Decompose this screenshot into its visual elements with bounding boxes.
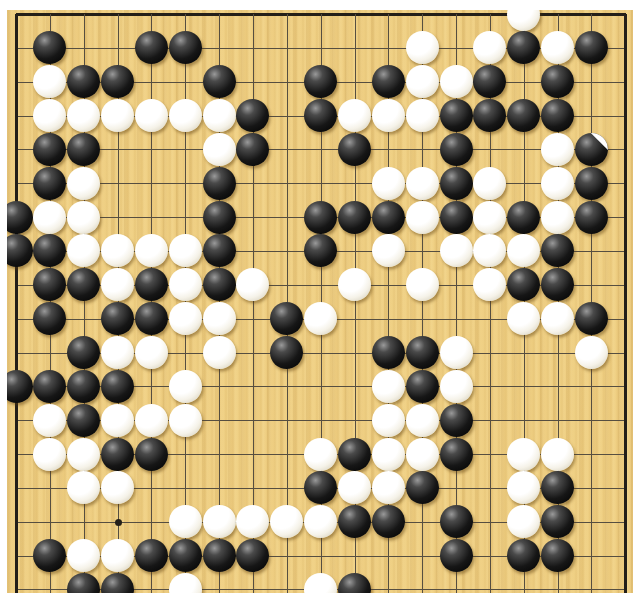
black-stone[interactable] (101, 370, 134, 403)
white-stone[interactable] (507, 10, 540, 31)
white-stone[interactable] (169, 234, 202, 267)
white-stone[interactable] (406, 167, 439, 200)
black-stone[interactable] (135, 539, 168, 572)
white-stone[interactable] (440, 234, 473, 267)
black-stone[interactable] (541, 268, 574, 301)
white-stone[interactable] (575, 336, 608, 369)
white-stone[interactable] (372, 404, 405, 437)
black-stone[interactable] (135, 31, 168, 64)
white-stone[interactable] (541, 302, 574, 335)
white-stone[interactable] (101, 539, 134, 572)
black-stone[interactable] (101, 573, 134, 593)
black-stone[interactable] (575, 302, 608, 335)
black-stone[interactable] (575, 201, 608, 234)
black-stone[interactable] (67, 336, 100, 369)
black-stone[interactable] (541, 471, 574, 504)
white-stone[interactable] (338, 268, 371, 301)
white-stone[interactable] (169, 404, 202, 437)
black-stone[interactable] (541, 234, 574, 267)
black-stone[interactable] (304, 99, 337, 132)
black-stone[interactable] (406, 370, 439, 403)
white-stone[interactable] (169, 573, 202, 593)
black-stone[interactable] (338, 133, 371, 166)
black-stone[interactable] (270, 336, 303, 369)
white-stone[interactable] (33, 99, 66, 132)
white-stone[interactable] (67, 438, 100, 471)
black-stone[interactable] (236, 99, 269, 132)
white-stone[interactable] (338, 99, 371, 132)
white-stone[interactable] (101, 404, 134, 437)
white-stone[interactable] (541, 133, 574, 166)
white-stone[interactable] (406, 201, 439, 234)
white-stone[interactable] (33, 65, 66, 98)
star-point (115, 519, 122, 526)
black-stone[interactable] (575, 167, 608, 200)
white-stone[interactable] (236, 505, 269, 538)
black-stone[interactable] (203, 234, 236, 267)
white-stone[interactable] (67, 234, 100, 267)
white-stone[interactable] (135, 336, 168, 369)
white-stone[interactable] (440, 65, 473, 98)
black-stone[interactable] (67, 573, 100, 593)
black-stone[interactable] (33, 234, 66, 267)
black-stone[interactable] (440, 133, 473, 166)
black-stone[interactable] (67, 65, 100, 98)
black-stone[interactable] (440, 404, 473, 437)
white-stone[interactable] (473, 31, 506, 64)
white-stone[interactable] (67, 99, 100, 132)
white-stone[interactable] (473, 268, 506, 301)
black-stone[interactable] (575, 31, 608, 64)
black-stone[interactable] (406, 471, 439, 504)
black-stone[interactable] (135, 268, 168, 301)
black-stone[interactable] (507, 99, 540, 132)
black-stone[interactable] (135, 438, 168, 471)
black-stone[interactable] (7, 370, 33, 403)
white-stone[interactable] (541, 438, 574, 471)
white-stone[interactable] (67, 471, 100, 504)
white-stone[interactable] (169, 302, 202, 335)
black-stone[interactable] (304, 65, 337, 98)
white-stone[interactable] (372, 99, 405, 132)
black-stone[interactable] (372, 336, 405, 369)
white-stone[interactable] (203, 505, 236, 538)
black-stone[interactable] (338, 505, 371, 538)
black-stone[interactable] (236, 133, 269, 166)
black-stone[interactable] (67, 370, 100, 403)
white-stone[interactable] (473, 234, 506, 267)
white-stone[interactable] (203, 336, 236, 369)
white-stone[interactable] (507, 234, 540, 267)
white-stone[interactable] (473, 201, 506, 234)
black-stone[interactable] (541, 99, 574, 132)
white-stone[interactable] (372, 234, 405, 267)
white-stone[interactable] (101, 336, 134, 369)
white-stone[interactable] (541, 201, 574, 234)
black-stone[interactable] (33, 167, 66, 200)
white-stone[interactable] (406, 438, 439, 471)
white-stone[interactable] (304, 505, 337, 538)
white-stone[interactable] (541, 167, 574, 200)
white-stone[interactable] (270, 505, 303, 538)
white-stone[interactable] (507, 471, 540, 504)
white-stone[interactable] (236, 268, 269, 301)
black-stone[interactable] (135, 302, 168, 335)
black-stone[interactable] (270, 302, 303, 335)
white-stone[interactable] (67, 167, 100, 200)
white-stone[interactable] (440, 336, 473, 369)
white-stone[interactable] (507, 505, 540, 538)
white-stone[interactable] (304, 438, 337, 471)
black-stone[interactable] (33, 31, 66, 64)
white-stone[interactable] (135, 99, 168, 132)
white-stone[interactable] (169, 268, 202, 301)
white-stone[interactable] (101, 234, 134, 267)
white-stone[interactable] (406, 65, 439, 98)
black-stone[interactable] (440, 505, 473, 538)
black-stone[interactable] (203, 201, 236, 234)
black-stone[interactable] (169, 539, 202, 572)
white-stone[interactable] (169, 370, 202, 403)
white-stone[interactable] (33, 438, 66, 471)
white-stone[interactable] (507, 302, 540, 335)
black-stone[interactable] (304, 234, 337, 267)
white-stone[interactable] (203, 302, 236, 335)
white-stone[interactable] (338, 471, 371, 504)
black-stone[interactable] (67, 133, 100, 166)
black-stone[interactable] (541, 539, 574, 572)
white-stone[interactable] (169, 99, 202, 132)
black-stone[interactable] (169, 31, 202, 64)
go-board[interactable] (7, 10, 633, 593)
black-stone[interactable] (67, 268, 100, 301)
black-stone[interactable] (203, 167, 236, 200)
white-stone[interactable] (372, 167, 405, 200)
black-stone[interactable] (7, 201, 33, 234)
white-stone[interactable] (203, 133, 236, 166)
white-stone[interactable] (101, 471, 134, 504)
black-stone[interactable] (304, 201, 337, 234)
black-stone[interactable] (101, 438, 134, 471)
black-stone[interactable] (236, 539, 269, 572)
white-stone[interactable] (203, 99, 236, 132)
white-stone[interactable] (304, 573, 337, 593)
black-stone[interactable] (7, 234, 33, 267)
black-stone[interactable] (507, 539, 540, 572)
black-stone[interactable] (507, 268, 540, 301)
black-stone[interactable] (101, 65, 134, 98)
black-stone[interactable] (372, 201, 405, 234)
black-stone[interactable] (101, 302, 134, 335)
white-stone[interactable] (507, 438, 540, 471)
page: { "game": "go", "board": { "size": 19, "… (0, 0, 640, 599)
black-stone[interactable] (440, 539, 473, 572)
white-stone[interactable] (101, 268, 134, 301)
black-stone[interactable] (440, 201, 473, 234)
white-stone[interactable] (541, 31, 574, 64)
black-stone[interactable] (33, 539, 66, 572)
white-stone[interactable] (473, 167, 506, 200)
white-stone[interactable] (101, 99, 134, 132)
black-stone[interactable] (338, 201, 371, 234)
black-stone[interactable] (541, 505, 574, 538)
black-stone[interactable] (575, 133, 608, 166)
black-stone[interactable] (372, 65, 405, 98)
grid-line-vertical (15, 14, 18, 593)
black-stone[interactable] (507, 31, 540, 64)
black-stone[interactable] (304, 471, 337, 504)
black-stone[interactable] (372, 505, 405, 538)
white-stone[interactable] (372, 370, 405, 403)
grid-line-vertical (624, 14, 627, 593)
white-stone[interactable] (372, 471, 405, 504)
black-stone[interactable] (541, 65, 574, 98)
white-stone[interactable] (135, 234, 168, 267)
black-stone[interactable] (440, 99, 473, 132)
black-stone[interactable] (338, 438, 371, 471)
black-stone[interactable] (33, 268, 66, 301)
black-stone[interactable] (338, 573, 371, 593)
last-move-triangle-marker (575, 133, 608, 166)
black-stone[interactable] (33, 133, 66, 166)
black-stone[interactable] (33, 370, 66, 403)
black-stone[interactable] (473, 99, 506, 132)
black-stone[interactable] (440, 438, 473, 471)
black-stone[interactable] (33, 302, 66, 335)
white-stone[interactable] (67, 539, 100, 572)
white-stone[interactable] (135, 404, 168, 437)
white-stone[interactable] (33, 404, 66, 437)
white-stone[interactable] (406, 404, 439, 437)
white-stone[interactable] (406, 268, 439, 301)
white-stone[interactable] (406, 31, 439, 64)
black-stone[interactable] (203, 65, 236, 98)
black-stone[interactable] (406, 336, 439, 369)
black-stone[interactable] (203, 539, 236, 572)
white-stone[interactable] (304, 302, 337, 335)
black-stone[interactable] (507, 201, 540, 234)
black-stone[interactable] (203, 268, 236, 301)
white-stone[interactable] (406, 99, 439, 132)
white-stone[interactable] (440, 370, 473, 403)
black-stone[interactable] (440, 167, 473, 200)
white-stone[interactable] (169, 505, 202, 538)
black-stone[interactable] (473, 65, 506, 98)
black-stone[interactable] (67, 404, 100, 437)
white-stone[interactable] (372, 438, 405, 471)
white-stone[interactable] (67, 201, 100, 234)
white-stone[interactable] (33, 201, 66, 234)
